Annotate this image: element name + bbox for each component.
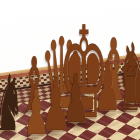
chess-set-photo: ♝♞♜♝♟♛♚♟♞♟♟ (0, 0, 140, 140)
piece-knight-dark-left: ♞ (0, 65, 24, 140)
pieces-layer: ♝♞♜♝♟♛♚♟♞♟♟ (0, 0, 140, 140)
piece-pawn-far-left: ♟ (23, 81, 48, 140)
